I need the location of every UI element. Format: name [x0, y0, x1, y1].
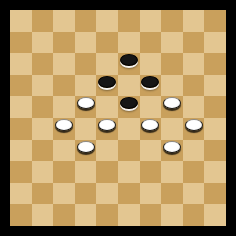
square-14[interactable]	[161, 53, 183, 75]
square-r7c7	[161, 161, 183, 183]
square-34[interactable]	[161, 140, 183, 162]
square-43[interactable]	[118, 183, 140, 205]
square-r3c5	[118, 75, 140, 97]
square-46[interactable]	[10, 204, 32, 226]
square-r8c6	[140, 183, 162, 205]
square-r6c6	[140, 140, 162, 162]
square-r1c1	[32, 32, 54, 54]
square-22[interactable]	[75, 96, 97, 118]
square-r4c4	[96, 96, 118, 118]
square-r3c3	[75, 75, 97, 97]
square-30[interactable]	[183, 118, 205, 140]
square-r0c4	[96, 10, 118, 32]
square-44[interactable]	[161, 183, 183, 205]
square-r1c3	[75, 32, 97, 54]
square-r8c8	[183, 183, 205, 205]
black-man-13[interactable]	[120, 54, 138, 66]
square-r2c2	[53, 53, 75, 75]
white-man-30[interactable]	[185, 119, 203, 131]
square-r8c2	[53, 183, 75, 205]
square-10[interactable]	[183, 32, 205, 54]
square-40[interactable]	[183, 161, 205, 183]
white-man-29[interactable]	[141, 119, 159, 131]
white-man-34[interactable]	[163, 141, 181, 153]
square-r2c4	[96, 53, 118, 75]
black-man-19[interactable]	[141, 76, 159, 88]
square-r2c6	[140, 53, 162, 75]
square-r2c0	[10, 53, 32, 75]
square-33[interactable]	[118, 140, 140, 162]
square-32[interactable]	[75, 140, 97, 162]
draughts-screenshot	[0, 0, 236, 236]
square-6[interactable]	[10, 32, 32, 54]
square-38[interactable]	[96, 161, 118, 183]
black-man-18[interactable]	[98, 76, 116, 88]
square-47[interactable]	[53, 204, 75, 226]
square-r3c9	[204, 75, 226, 97]
square-48[interactable]	[96, 204, 118, 226]
square-39[interactable]	[140, 161, 162, 183]
square-8[interactable]	[96, 32, 118, 54]
square-17[interactable]	[53, 75, 75, 97]
square-42[interactable]	[75, 183, 97, 205]
square-25[interactable]	[204, 96, 226, 118]
square-r8c4	[96, 183, 118, 205]
square-r2c8	[183, 53, 205, 75]
square-9[interactable]	[140, 32, 162, 54]
square-r6c8	[183, 140, 205, 162]
square-r6c2	[53, 140, 75, 162]
square-r0c2	[53, 10, 75, 32]
black-man-23[interactable]	[120, 97, 138, 109]
square-r9c1	[32, 204, 54, 226]
square-r7c5	[118, 161, 140, 183]
square-r0c8	[183, 10, 205, 32]
square-31[interactable]	[32, 140, 54, 162]
square-16[interactable]	[10, 75, 32, 97]
draughts-board	[10, 10, 226, 226]
square-r7c3	[75, 161, 97, 183]
square-26[interactable]	[10, 118, 32, 140]
square-r9c3	[75, 204, 97, 226]
square-36[interactable]	[10, 161, 32, 183]
square-11[interactable]	[32, 53, 54, 75]
square-1[interactable]	[32, 10, 54, 32]
white-man-28[interactable]	[98, 119, 116, 131]
square-21[interactable]	[32, 96, 54, 118]
square-r9c9	[204, 204, 226, 226]
square-28[interactable]	[96, 118, 118, 140]
square-27[interactable]	[53, 118, 75, 140]
white-man-32[interactable]	[77, 141, 95, 153]
square-20[interactable]	[183, 75, 205, 97]
square-3[interactable]	[118, 10, 140, 32]
square-7[interactable]	[53, 32, 75, 54]
square-r7c1	[32, 161, 54, 183]
board-frame	[0, 0, 236, 236]
square-37[interactable]	[53, 161, 75, 183]
square-r3c7	[161, 75, 183, 97]
square-r6c4	[96, 140, 118, 162]
square-15[interactable]	[204, 53, 226, 75]
white-man-22[interactable]	[77, 97, 95, 109]
square-r5c3	[75, 118, 97, 140]
square-29[interactable]	[140, 118, 162, 140]
white-man-27[interactable]	[55, 119, 73, 131]
square-5[interactable]	[204, 10, 226, 32]
square-r5c1	[32, 118, 54, 140]
square-r1c7	[161, 32, 183, 54]
square-45[interactable]	[204, 183, 226, 205]
square-r3c1	[32, 75, 54, 97]
square-r0c6	[140, 10, 162, 32]
square-r9c7	[161, 204, 183, 226]
square-r5c7	[161, 118, 183, 140]
square-41[interactable]	[32, 183, 54, 205]
square-r1c9	[204, 32, 226, 54]
square-18[interactable]	[96, 75, 118, 97]
square-r4c6	[140, 96, 162, 118]
square-r7c9	[204, 161, 226, 183]
square-23[interactable]	[118, 96, 140, 118]
square-r1c5	[118, 32, 140, 54]
square-49[interactable]	[140, 204, 162, 226]
square-19[interactable]	[140, 75, 162, 97]
square-12[interactable]	[75, 53, 97, 75]
square-r5c5	[118, 118, 140, 140]
square-r9c5	[118, 204, 140, 226]
white-man-24[interactable]	[163, 97, 181, 109]
square-24[interactable]	[161, 96, 183, 118]
square-r6c0	[10, 140, 32, 162]
square-35[interactable]	[204, 140, 226, 162]
square-r5c9	[204, 118, 226, 140]
square-2[interactable]	[75, 10, 97, 32]
square-r8c0	[10, 183, 32, 205]
square-50[interactable]	[183, 204, 205, 226]
square-4[interactable]	[161, 10, 183, 32]
square-r4c2	[53, 96, 75, 118]
square-r4c0	[10, 96, 32, 118]
square-r4c8	[183, 96, 205, 118]
square-r0c0	[10, 10, 32, 32]
square-13[interactable]	[118, 53, 140, 75]
